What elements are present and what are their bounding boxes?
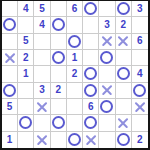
number-clue: 2: [72, 69, 78, 79]
cell-r4c9[interactable]: [132, 50, 148, 66]
cross-mark-icon: [117, 35, 129, 47]
circle-mark-icon: [3, 84, 16, 97]
circle-mark-icon: [19, 116, 32, 129]
cross-mark-icon: [85, 134, 97, 146]
number-clue: 6: [88, 102, 94, 112]
cell-r7c5[interactable]: [67, 99, 83, 115]
cross-mark-icon: [4, 52, 16, 64]
cell-r3c1[interactable]: [2, 34, 18, 50]
circle-mark-icon: [84, 116, 97, 129]
cell-r1c3[interactable]: 5: [34, 1, 50, 17]
circle-mark-icon: [68, 35, 81, 48]
cell-r6c6[interactable]: [83, 83, 99, 99]
number-clue: 6: [72, 4, 78, 14]
number-clue: 2: [137, 135, 143, 145]
cell-r8c3[interactable]: [34, 115, 50, 131]
number-clue: 5: [7, 102, 13, 112]
cell-r6c3[interactable]: 3: [34, 83, 50, 99]
cell-r2c9[interactable]: [132, 17, 148, 33]
cell-r2c7[interactable]: 3: [99, 17, 115, 33]
cross-mark-icon: [36, 101, 48, 113]
cell-r7c9[interactable]: [132, 99, 148, 115]
cell-r5c1[interactable]: [2, 66, 18, 82]
number-clue: 6: [137, 36, 143, 46]
cell-r5c5[interactable]: 2: [67, 66, 83, 82]
cell-r1c5[interactable]: 6: [67, 1, 83, 17]
number-clue: 2: [55, 85, 61, 95]
cell-r8c5[interactable]: [67, 115, 83, 131]
cell-r7c4[interactable]: [51, 99, 67, 115]
circle-mark-icon: [84, 2, 97, 15]
circle-mark-icon: [52, 116, 65, 129]
circle-mark-icon: [133, 84, 146, 97]
cell-r4c6[interactable]: [83, 50, 99, 66]
cross-mark-icon: [117, 117, 129, 129]
cell-r1c1[interactable]: [2, 1, 18, 17]
cell-r7c2[interactable]: [18, 99, 34, 115]
cell-r8c2[interactable]: [18, 115, 34, 131]
cell-r3c2[interactable]: 5: [18, 34, 34, 50]
cell-r9c3[interactable]: [34, 132, 50, 148]
number-clue: 5: [23, 36, 29, 46]
cell-r2c4[interactable]: [51, 17, 67, 33]
cell-r4c1[interactable]: [2, 50, 18, 66]
cross-mark-icon: [134, 101, 146, 113]
cell-r6c9[interactable]: [132, 83, 148, 99]
cell-r6c7[interactable]: [99, 83, 115, 99]
cell-r4c5[interactable]: 1: [67, 50, 83, 66]
cell-r5c2[interactable]: 1: [18, 66, 34, 82]
cell-r7c3[interactable]: [34, 99, 50, 115]
cell-r5c7[interactable]: [99, 66, 115, 82]
cell-r1c6[interactable]: [83, 1, 99, 17]
cell-r3c6[interactable]: [83, 34, 99, 50]
cell-r3c5[interactable]: [67, 34, 83, 50]
cell-r6c4[interactable]: 2: [51, 83, 67, 99]
cell-r9c1[interactable]: 1: [2, 132, 18, 148]
number-clue: 4: [39, 20, 45, 30]
cell-r8c1[interactable]: [2, 115, 18, 131]
cell-r6c1[interactable]: [2, 83, 18, 99]
cell-r4c3[interactable]: [34, 50, 50, 66]
cell-r9c2[interactable]: [18, 132, 34, 148]
circle-mark-icon: [117, 133, 130, 146]
number-clue: 1: [23, 69, 29, 79]
cell-r2c5[interactable]: [67, 17, 83, 33]
cell-r2c1[interactable]: [2, 17, 18, 33]
cell-r1c7[interactable]: [99, 1, 115, 17]
cell-r5c3[interactable]: [34, 66, 50, 82]
circle-mark-icon: [68, 133, 81, 146]
number-clue: 4: [137, 69, 143, 79]
circle-mark-icon: [117, 2, 130, 15]
number-clue: 1: [72, 53, 78, 63]
cell-r8c6[interactable]: [83, 115, 99, 131]
cell-r2c3[interactable]: 4: [34, 17, 50, 33]
cell-r1c9[interactable]: 3: [132, 1, 148, 17]
number-clue: 2: [120, 20, 126, 30]
cell-r5c4[interactable]: [51, 66, 67, 82]
cell-r3c4[interactable]: [51, 34, 67, 50]
cell-r2c8[interactable]: 2: [116, 17, 132, 33]
cell-r5c8[interactable]: [116, 66, 132, 82]
puzzle-board: 45634325621124325612: [0, 0, 150, 150]
cell-r1c4[interactable]: [51, 1, 67, 17]
number-clue: 3: [39, 85, 45, 95]
cell-r5c6[interactable]: [83, 66, 99, 82]
cell-r9c4[interactable]: [51, 132, 67, 148]
cell-r6c5[interactable]: [67, 83, 83, 99]
number-clue: 1: [7, 135, 13, 145]
cell-r3c8[interactable]: [116, 34, 132, 50]
cell-r9c7[interactable]: [99, 132, 115, 148]
number-clue: 3: [137, 4, 143, 14]
cell-r7c7[interactable]: [99, 99, 115, 115]
cell-r8c4[interactable]: [51, 115, 67, 131]
cell-r3c7[interactable]: [99, 34, 115, 50]
cell-r7c8[interactable]: [116, 99, 132, 115]
circle-mark-icon: [52, 18, 65, 31]
cell-r9c6[interactable]: [83, 132, 99, 148]
cross-mark-icon: [101, 35, 113, 47]
circle-mark-icon: [84, 67, 97, 80]
number-clue: 2: [23, 53, 29, 63]
number-clue: 5: [39, 4, 45, 14]
cell-r6c2[interactable]: [18, 83, 34, 99]
cell-r8c8[interactable]: [116, 115, 132, 131]
cell-r8c7[interactable]: [99, 115, 115, 131]
circle-mark-icon: [100, 100, 113, 113]
cell-r8c9[interactable]: [132, 115, 148, 131]
cell-r2c6[interactable]: [83, 17, 99, 33]
cell-r1c2[interactable]: 4: [18, 1, 34, 17]
cell-r4c2[interactable]: 2: [18, 50, 34, 66]
number-clue: 4: [23, 4, 29, 14]
cell-r9c8[interactable]: [116, 132, 132, 148]
cell-r6c8[interactable]: [116, 83, 132, 99]
cross-mark-icon: [101, 84, 113, 96]
cell-r2c2[interactable]: [18, 17, 34, 33]
cell-r3c9[interactable]: 6: [132, 34, 148, 50]
number-clue: 3: [104, 20, 110, 30]
cross-mark-icon: [36, 134, 48, 146]
cell-r1c8[interactable]: [116, 1, 132, 17]
cell-r4c4[interactable]: [51, 50, 67, 66]
circle-mark-icon: [3, 18, 16, 31]
cell-r4c8[interactable]: [116, 50, 132, 66]
cell-r5c9[interactable]: 4: [132, 66, 148, 82]
circle-mark-icon: [117, 67, 130, 80]
cell-r4c7[interactable]: [99, 50, 115, 66]
circle-mark-icon: [52, 51, 65, 64]
cell-r9c5[interactable]: [67, 132, 83, 148]
circle-mark-icon: [84, 84, 97, 97]
cell-r7c1[interactable]: 5: [2, 99, 18, 115]
circle-mark-icon: [100, 51, 113, 64]
cell-r3c3[interactable]: [34, 34, 50, 50]
cell-r7c6[interactable]: 6: [83, 99, 99, 115]
cell-r9c9[interactable]: 2: [132, 132, 148, 148]
